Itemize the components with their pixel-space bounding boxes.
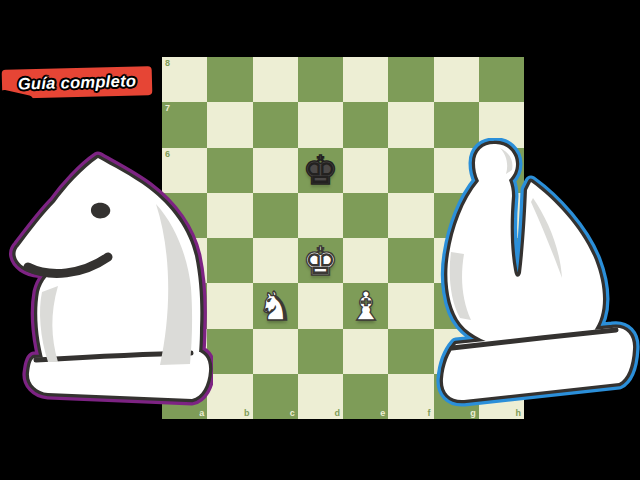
square-d6: ♚ — [298, 148, 343, 193]
file-label-e: e — [380, 408, 385, 418]
square-c3: ♞ — [253, 283, 298, 328]
square-f8 — [388, 57, 433, 102]
square-d3 — [298, 283, 343, 328]
square-e7 — [343, 102, 388, 147]
square-b1: b — [207, 374, 252, 419]
square-d7 — [298, 102, 343, 147]
square-c4 — [253, 238, 298, 283]
square-h8 — [479, 57, 524, 102]
square-d4: ♚ — [298, 238, 343, 283]
file-label-a: a — [199, 408, 204, 418]
piece-black-king: ♚ — [298, 148, 343, 193]
piece-white-king: ♚ — [298, 238, 343, 283]
square-d1: d — [298, 374, 343, 419]
square-b5 — [207, 193, 252, 238]
square-b4 — [207, 238, 252, 283]
file-label-f: f — [428, 408, 431, 418]
square-e3: ♝ — [343, 283, 388, 328]
square-f2 — [388, 329, 433, 374]
square-g8 — [434, 57, 479, 102]
file-label-d: d — [335, 408, 341, 418]
square-c1: c — [253, 374, 298, 419]
square-e4 — [343, 238, 388, 283]
square-f7 — [388, 102, 433, 147]
square-b6 — [207, 148, 252, 193]
file-label-c: c — [290, 408, 295, 418]
rank-label-7: 7 — [165, 103, 170, 113]
square-b8 — [207, 57, 252, 102]
square-f5 — [388, 193, 433, 238]
square-d8 — [298, 57, 343, 102]
knight-eye — [91, 203, 110, 219]
knight-silhouette — [16, 158, 210, 399]
thumbnail-stage: 876♚♚♞♝abcdefgh Guía completo — [0, 0, 640, 480]
square-b3 — [207, 283, 252, 328]
square-f1: f — [388, 374, 433, 419]
square-e8 — [343, 57, 388, 102]
file-label-h: h — [516, 408, 522, 418]
square-e5 — [343, 193, 388, 238]
file-label-b: b — [244, 408, 250, 418]
square-c5 — [253, 193, 298, 238]
square-e6 — [343, 148, 388, 193]
square-f3 — [388, 283, 433, 328]
square-a8: 8 — [162, 57, 207, 102]
square-c8 — [253, 57, 298, 102]
square-e1: e — [343, 374, 388, 419]
rank-label-8: 8 — [165, 58, 170, 68]
bishop-mascot — [436, 138, 640, 408]
square-c2 — [253, 329, 298, 374]
square-e2 — [343, 329, 388, 374]
badge-label: Guía completo — [2, 66, 153, 99]
square-c6 — [253, 148, 298, 193]
file-label-g: g — [470, 408, 476, 418]
square-b7 — [207, 102, 252, 147]
square-f4 — [388, 238, 433, 283]
square-d2 — [298, 329, 343, 374]
bishop-silhouette — [443, 144, 633, 400]
piece-white-bishop: ♝ — [343, 283, 388, 328]
square-a7: 7 — [162, 102, 207, 147]
square-d5 — [298, 193, 343, 238]
square-c7 — [253, 102, 298, 147]
knight-mascot — [8, 146, 213, 408]
piece-white-knight: ♞ — [253, 283, 298, 328]
title-badge: Guía completo — [2, 66, 153, 99]
square-b2 — [207, 329, 252, 374]
square-f6 — [388, 148, 433, 193]
